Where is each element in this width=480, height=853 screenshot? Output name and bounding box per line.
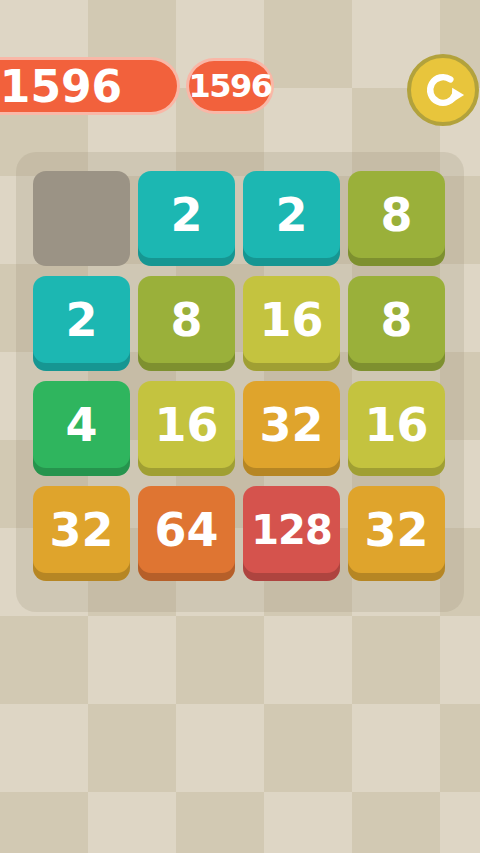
tile-16: 16: [348, 381, 445, 476]
empty-cell: [33, 171, 130, 266]
tile-16: 16: [138, 381, 235, 476]
restart-arrow-icon: [421, 68, 465, 112]
restart-button[interactable]: [407, 54, 479, 126]
tile-grid[interactable]: 228281684163216326412832: [33, 171, 445, 581]
tile-64: 64: [138, 486, 235, 581]
tile-128: 128: [243, 486, 340, 581]
game-screen: 1596 1596 228281684163216326412832: [0, 0, 480, 853]
tile-2: 2: [243, 171, 340, 266]
tile-32: 32: [33, 486, 130, 581]
tile-32: 32: [348, 486, 445, 581]
score-secondary-value: 1596: [188, 67, 271, 105]
score-pill: 1596: [0, 57, 180, 115]
tile-16: 16: [243, 276, 340, 371]
score-value: 1596: [0, 61, 122, 112]
tile-8: 8: [138, 276, 235, 371]
tile-2: 2: [33, 276, 130, 371]
tile-4: 4: [33, 381, 130, 476]
tile-32: 32: [243, 381, 340, 476]
score-pill-secondary: 1596: [186, 58, 274, 114]
tile-8: 8: [348, 171, 445, 266]
tile-8: 8: [348, 276, 445, 371]
tile-2: 2: [138, 171, 235, 266]
